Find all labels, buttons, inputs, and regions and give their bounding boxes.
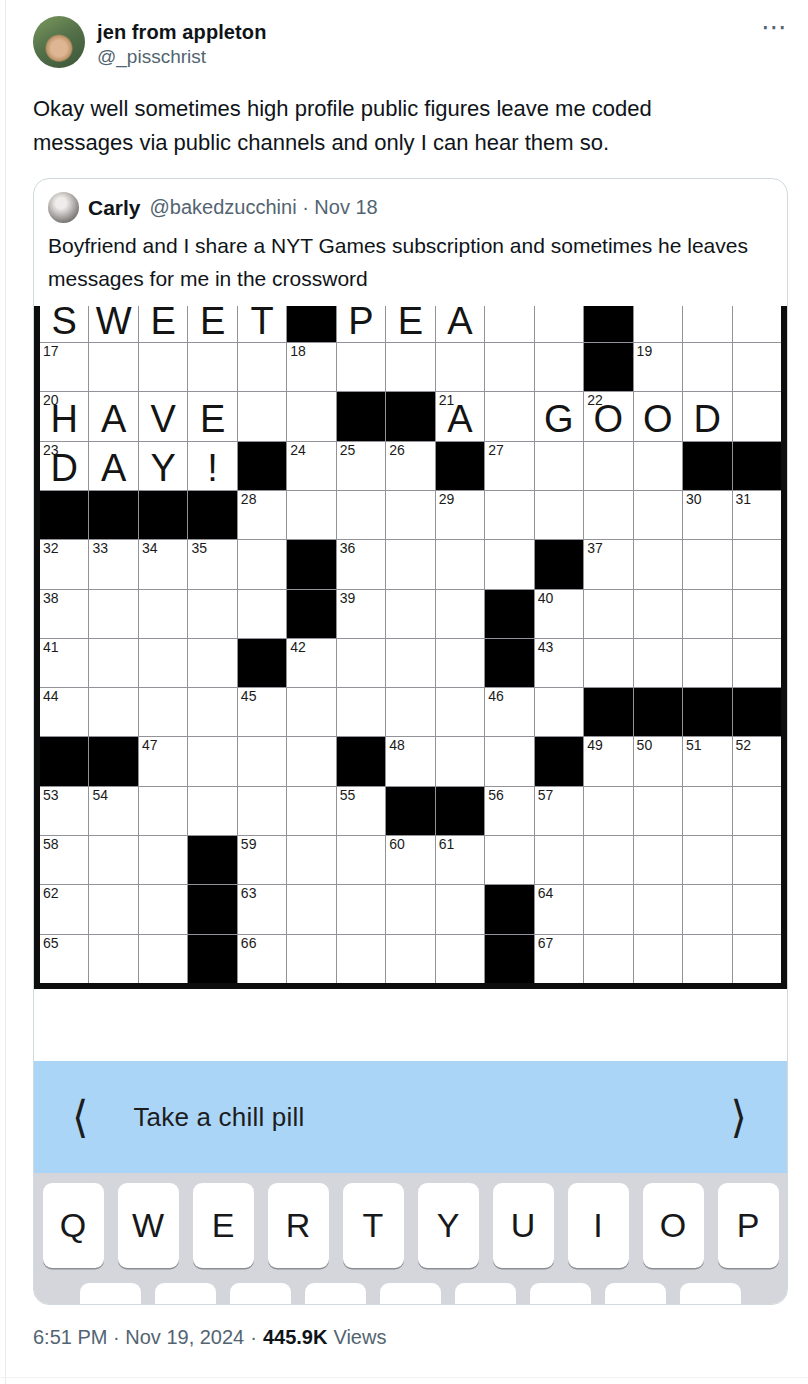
grid-cell[interactable] bbox=[436, 540, 484, 588]
grid-cell[interactable] bbox=[485, 392, 533, 440]
grid-cell[interactable] bbox=[584, 885, 632, 933]
grid-cell[interactable] bbox=[485, 491, 533, 539]
grid-cell[interactable] bbox=[238, 737, 286, 785]
grid-cell[interactable] bbox=[535, 836, 583, 884]
black-cell bbox=[634, 688, 682, 736]
key-partial[interactable] bbox=[605, 1283, 666, 1305]
grid-cell[interactable]: 50 bbox=[634, 737, 682, 785]
grid-cell[interactable] bbox=[139, 688, 187, 736]
key-I[interactable]: I bbox=[568, 1183, 629, 1268]
black-cell bbox=[89, 737, 137, 785]
grid-cell[interactable]: W bbox=[89, 306, 137, 342]
grid-cell[interactable] bbox=[485, 836, 533, 884]
grid-cell[interactable] bbox=[683, 836, 731, 884]
entered-letter: V bbox=[139, 400, 187, 438]
tweet-text-line: messages via public channels and only I … bbox=[33, 126, 783, 160]
entered-letter: H bbox=[40, 400, 88, 438]
grid-cell[interactable] bbox=[139, 935, 187, 983]
grid-cell[interactable] bbox=[139, 590, 187, 638]
grid-cell[interactable] bbox=[584, 639, 632, 687]
keyboard: QWERTYUIOP bbox=[34, 1173, 787, 1305]
grid-cell[interactable] bbox=[683, 885, 731, 933]
grid-cell[interactable]: V bbox=[139, 392, 187, 440]
clue-number: 30 bbox=[686, 492, 702, 507]
clue-number: 34 bbox=[142, 541, 158, 556]
clue-number: 43 bbox=[538, 640, 554, 655]
grid-cell[interactable] bbox=[386, 885, 434, 933]
black-cell bbox=[337, 737, 385, 785]
entered-letter: D bbox=[40, 449, 88, 487]
grid-cell[interactable] bbox=[634, 836, 682, 884]
black-cell bbox=[485, 885, 533, 933]
black-cell bbox=[485, 935, 533, 983]
grid-cell[interactable] bbox=[89, 688, 137, 736]
grid-cell[interactable] bbox=[287, 491, 335, 539]
grid-cell[interactable] bbox=[238, 392, 286, 440]
grid-cell[interactable] bbox=[634, 787, 682, 835]
clue-number: 17 bbox=[43, 344, 59, 359]
more-icon[interactable]: ⋯ bbox=[761, 14, 788, 40]
black-cell bbox=[485, 590, 533, 638]
grid-cell[interactable]: E bbox=[188, 306, 236, 342]
grid-cell[interactable] bbox=[584, 787, 632, 835]
grid-cell[interactable]: 22O bbox=[584, 392, 632, 440]
grid-cell[interactable] bbox=[238, 787, 286, 835]
grid-cell[interactable]: 26 bbox=[386, 442, 434, 490]
key-partial[interactable] bbox=[380, 1283, 441, 1305]
grid-cell[interactable] bbox=[436, 590, 484, 638]
grid-cell[interactable] bbox=[485, 306, 533, 342]
clue-number: 66 bbox=[241, 936, 257, 951]
grid-cell[interactable] bbox=[733, 306, 781, 342]
grid-cell[interactable] bbox=[386, 343, 434, 391]
grid-cell[interactable]: E bbox=[139, 306, 187, 342]
entered-letter: P bbox=[337, 306, 385, 340]
black-cell bbox=[733, 688, 781, 736]
grid-cell[interactable]: 44 bbox=[40, 688, 88, 736]
grid-cell[interactable] bbox=[535, 491, 583, 539]
grid-cell[interactable] bbox=[436, 935, 484, 983]
grid-cell[interactable] bbox=[188, 343, 236, 391]
grid-cell[interactable] bbox=[89, 639, 137, 687]
clue-number: 50 bbox=[637, 738, 653, 753]
author-handle[interactable]: @_pisschrist bbox=[97, 46, 206, 68]
key-T[interactable]: T bbox=[343, 1183, 404, 1268]
black-cell bbox=[40, 491, 88, 539]
grid-cell[interactable]: 41 bbox=[40, 639, 88, 687]
clue-number: 40 bbox=[538, 591, 554, 606]
clue-number: 25 bbox=[340, 443, 356, 458]
entered-letter: O bbox=[634, 400, 682, 438]
black-cell bbox=[584, 343, 632, 391]
prev-clue-icon[interactable]: ⟨ bbox=[72, 1095, 88, 1139]
views-label: Views bbox=[333, 1326, 386, 1348]
clue-number: 52 bbox=[736, 738, 752, 753]
grid-cell[interactable]: 17 bbox=[40, 343, 88, 391]
grid-cell[interactable] bbox=[139, 885, 187, 933]
key-P[interactable]: P bbox=[718, 1183, 779, 1268]
grid-cell[interactable] bbox=[436, 688, 484, 736]
clue-number: 18 bbox=[290, 344, 306, 359]
grid-cell[interactable]: 47 bbox=[139, 737, 187, 785]
black-cell bbox=[89, 491, 137, 539]
next-clue-icon[interactable]: ⟩ bbox=[731, 1095, 747, 1139]
grid-cell[interactable] bbox=[436, 639, 484, 687]
grid-cell[interactable] bbox=[634, 442, 682, 490]
grid-cell[interactable] bbox=[337, 343, 385, 391]
grid-cell[interactable] bbox=[683, 787, 731, 835]
grid-cell[interactable]: 57 bbox=[535, 787, 583, 835]
grid-cell[interactable] bbox=[89, 343, 137, 391]
clue-number: 27 bbox=[488, 443, 504, 458]
key-Q[interactable]: Q bbox=[43, 1183, 104, 1268]
clue-number: 62 bbox=[43, 886, 59, 901]
grid-cell[interactable]: 37 bbox=[584, 540, 632, 588]
entered-letter: E bbox=[386, 306, 434, 340]
quote-header: Carly @bakedzucchini · Nov 18 bbox=[34, 179, 787, 223]
clue-number: 51 bbox=[686, 738, 702, 753]
grid-cell[interactable] bbox=[535, 343, 583, 391]
key-W[interactable]: W bbox=[118, 1183, 179, 1268]
grid-cell[interactable] bbox=[337, 491, 385, 539]
clue-number: 42 bbox=[290, 640, 306, 655]
grid-cell[interactable]: A bbox=[89, 392, 137, 440]
entered-letter: A bbox=[89, 449, 137, 487]
grid-cell[interactable] bbox=[386, 540, 434, 588]
grid-cell[interactable] bbox=[733, 935, 781, 983]
grid-cell[interactable] bbox=[634, 491, 682, 539]
grid-cell[interactable] bbox=[485, 540, 533, 588]
grid-cell[interactable]: 33 bbox=[89, 540, 137, 588]
key-Y[interactable]: Y bbox=[418, 1183, 479, 1268]
grid-cell[interactable]: 61 bbox=[436, 836, 484, 884]
key-O[interactable]: O bbox=[643, 1183, 704, 1268]
entered-letter: E bbox=[139, 306, 187, 340]
grid-cell[interactable]: 43 bbox=[535, 639, 583, 687]
grid-cell[interactable]: 55 bbox=[337, 787, 385, 835]
clue-number: 61 bbox=[439, 837, 455, 852]
key-R[interactable]: R bbox=[268, 1183, 329, 1268]
grid-cell[interactable] bbox=[287, 836, 335, 884]
grid-cell[interactable] bbox=[287, 885, 335, 933]
clue-number: 33 bbox=[92, 541, 108, 556]
grid-cell[interactable] bbox=[287, 688, 335, 736]
grid-cell[interactable] bbox=[238, 540, 286, 588]
timestamp: 6:51 PM · Nov 19, 2024 bbox=[33, 1326, 244, 1348]
grid-cell[interactable]: 24 bbox=[287, 442, 335, 490]
grid-cell[interactable] bbox=[634, 306, 682, 342]
grid-cell[interactable]: O bbox=[634, 392, 682, 440]
grid-cell[interactable] bbox=[683, 590, 731, 638]
author-avatar[interactable] bbox=[33, 16, 85, 68]
clue-number: 53 bbox=[43, 788, 59, 803]
grid-cell[interactable]: 28 bbox=[238, 491, 286, 539]
grid-cell[interactable] bbox=[683, 540, 731, 588]
grid-cell[interactable] bbox=[139, 836, 187, 884]
clue-bar[interactable]: ⟨ Take a chill pill ⟩ bbox=[34, 1061, 787, 1173]
grid-cell[interactable] bbox=[238, 590, 286, 638]
grid-cell[interactable] bbox=[337, 639, 385, 687]
grid-cell[interactable] bbox=[584, 442, 632, 490]
grid-cell[interactable] bbox=[733, 639, 781, 687]
entered-letter: A bbox=[436, 306, 484, 340]
grid-cell[interactable] bbox=[188, 590, 236, 638]
author-name[interactable]: jen from appleton bbox=[97, 21, 266, 44]
dot-separator: · bbox=[250, 1326, 257, 1348]
grid-cell[interactable] bbox=[287, 935, 335, 983]
grid-cell[interactable] bbox=[733, 540, 781, 588]
grid-cell[interactable]: 42 bbox=[287, 639, 335, 687]
grid-cell[interactable] bbox=[634, 590, 682, 638]
black-cell bbox=[683, 688, 731, 736]
entered-letter: T bbox=[238, 306, 286, 340]
clue-number: 60 bbox=[389, 837, 405, 852]
grid-cell[interactable]: 32 bbox=[40, 540, 88, 588]
grid-cell[interactable]: 52 bbox=[733, 737, 781, 785]
grid-cell[interactable]: 20H bbox=[40, 392, 88, 440]
black-cell bbox=[485, 639, 533, 687]
grid-cell[interactable]: A bbox=[436, 306, 484, 342]
clue-number: 37 bbox=[587, 541, 603, 556]
key-partial[interactable] bbox=[230, 1283, 291, 1305]
black-cell bbox=[337, 392, 385, 440]
entered-letter: E bbox=[188, 306, 236, 340]
grid-cell[interactable] bbox=[139, 787, 187, 835]
grid-cell[interactable]: 23D bbox=[40, 442, 88, 490]
grid-cell[interactable] bbox=[89, 836, 137, 884]
grid-cell[interactable] bbox=[535, 688, 583, 736]
grid-cell[interactable]: 60 bbox=[386, 836, 434, 884]
grid-cell[interactable] bbox=[337, 885, 385, 933]
grid-cell[interactable]: 65 bbox=[40, 935, 88, 983]
grid-cell[interactable]: 18 bbox=[287, 343, 335, 391]
quote-text-line: Boyfriend and I share a NYT Games subscr… bbox=[48, 229, 771, 262]
clue-number: 47 bbox=[142, 738, 158, 753]
grid-cell[interactable]: 19 bbox=[634, 343, 682, 391]
grid-cell[interactable]: 51 bbox=[683, 737, 731, 785]
grid-clue-gap bbox=[34, 989, 787, 1061]
views-count: 445.9K bbox=[263, 1326, 328, 1348]
grid-cell[interactable]: 21A bbox=[436, 392, 484, 440]
clue-number: 56 bbox=[488, 788, 504, 803]
entered-letter: A bbox=[436, 400, 484, 438]
grid-cell[interactable] bbox=[683, 639, 731, 687]
crossword-grid: SWEETPEA17181920HAVE21AG22OOD23DAY!24252… bbox=[34, 306, 787, 989]
grid-cell[interactable] bbox=[89, 885, 137, 933]
black-cell bbox=[436, 787, 484, 835]
grid-cell[interactable]: 56 bbox=[485, 787, 533, 835]
timeline-left-border bbox=[5, 0, 6, 1384]
clue-number: 49 bbox=[587, 738, 603, 753]
quoted-tweet-card[interactable]: Carly @bakedzucchini · Nov 18 Boyfriend … bbox=[33, 178, 788, 1305]
clue-number: 41 bbox=[43, 640, 59, 655]
bottom-divider bbox=[0, 1377, 808, 1378]
grid-cell[interactable]: 62 bbox=[40, 885, 88, 933]
grid-cell[interactable] bbox=[188, 787, 236, 835]
grid-cell[interactable] bbox=[188, 688, 236, 736]
grid-cell[interactable]: 34 bbox=[139, 540, 187, 588]
grid-cell[interactable]: E bbox=[188, 392, 236, 440]
grid-cell[interactable]: 63 bbox=[238, 885, 286, 933]
grid-cell[interactable]: Y bbox=[139, 442, 187, 490]
grid-cell[interactable] bbox=[436, 737, 484, 785]
grid-cell[interactable]: 35 bbox=[188, 540, 236, 588]
grid-cell[interactable] bbox=[287, 392, 335, 440]
grid-cell[interactable] bbox=[238, 343, 286, 391]
grid-cell[interactable]: 38 bbox=[40, 590, 88, 638]
grid-cell[interactable]: 67 bbox=[535, 935, 583, 983]
grid-cell[interactable]: P bbox=[337, 306, 385, 342]
clue-number: 44 bbox=[43, 689, 59, 704]
grid-cell[interactable] bbox=[386, 491, 434, 539]
entered-letter: E bbox=[188, 400, 236, 438]
grid-cell[interactable] bbox=[634, 639, 682, 687]
grid-cell[interactable] bbox=[535, 442, 583, 490]
clue-number: 48 bbox=[389, 738, 405, 753]
key-partial[interactable] bbox=[155, 1283, 216, 1305]
grid-cell[interactable] bbox=[584, 935, 632, 983]
grid-cell[interactable] bbox=[386, 590, 434, 638]
grid-cell[interactable]: 58 bbox=[40, 836, 88, 884]
grid-cell[interactable] bbox=[89, 590, 137, 638]
grid-cell[interactable]: D bbox=[683, 392, 731, 440]
grid-cell[interactable] bbox=[634, 935, 682, 983]
grid-cell[interactable]: A bbox=[89, 442, 137, 490]
grid-cell[interactable]: 40 bbox=[535, 590, 583, 638]
entered-letter: A bbox=[89, 400, 137, 438]
grid-cell[interactable] bbox=[485, 343, 533, 391]
key-partial[interactable] bbox=[305, 1283, 366, 1305]
key-partial[interactable] bbox=[530, 1283, 591, 1305]
grid-cell[interactable] bbox=[188, 737, 236, 785]
grid-cell[interactable] bbox=[337, 688, 385, 736]
key-partial[interactable] bbox=[680, 1283, 741, 1305]
grid-cell[interactable]: S bbox=[40, 306, 88, 342]
grid-cell[interactable] bbox=[584, 836, 632, 884]
grid-cell[interactable] bbox=[287, 787, 335, 835]
grid-cell[interactable]: 39 bbox=[337, 590, 385, 638]
grid-cell[interactable] bbox=[386, 639, 434, 687]
clue-number: 39 bbox=[340, 591, 356, 606]
clue-number: 58 bbox=[43, 837, 59, 852]
grid-cell[interactable] bbox=[733, 836, 781, 884]
black-cell bbox=[436, 442, 484, 490]
grid-cell[interactable] bbox=[584, 491, 632, 539]
grid-cell[interactable]: T bbox=[238, 306, 286, 342]
clue-number: 26 bbox=[389, 443, 405, 458]
grid-cell[interactable] bbox=[634, 885, 682, 933]
grid-cell[interactable]: 36 bbox=[337, 540, 385, 588]
grid-cell[interactable]: 49 bbox=[584, 737, 632, 785]
grid-cell[interactable] bbox=[733, 343, 781, 391]
grid-cell[interactable]: 29 bbox=[436, 491, 484, 539]
entered-letter: O bbox=[584, 400, 632, 438]
quote-author-avatar[interactable] bbox=[48, 192, 79, 223]
clue-number: 35 bbox=[191, 541, 207, 556]
grid-cell[interactable] bbox=[386, 688, 434, 736]
black-cell bbox=[386, 787, 434, 835]
keyboard-row-1: QWERTYUIOP bbox=[34, 1183, 787, 1268]
grid-cell[interactable] bbox=[337, 836, 385, 884]
grid-cell[interactable] bbox=[733, 392, 781, 440]
grid-cell[interactable] bbox=[683, 343, 731, 391]
black-cell bbox=[386, 392, 434, 440]
grid-cell[interactable] bbox=[89, 935, 137, 983]
grid-cell[interactable] bbox=[733, 787, 781, 835]
grid-cell[interactable]: 53 bbox=[40, 787, 88, 835]
clue-number: 32 bbox=[43, 541, 59, 556]
key-partial[interactable] bbox=[80, 1283, 141, 1305]
grid-cell[interactable] bbox=[733, 885, 781, 933]
black-cell bbox=[188, 491, 236, 539]
grid-cell[interactable] bbox=[188, 639, 236, 687]
black-cell bbox=[238, 442, 286, 490]
entered-letter: Y bbox=[139, 449, 187, 487]
grid-cell[interactable] bbox=[139, 343, 187, 391]
black-cell bbox=[535, 737, 583, 785]
grid-cell[interactable]: 30 bbox=[683, 491, 731, 539]
grid-cell[interactable] bbox=[139, 639, 187, 687]
grid-cell[interactable] bbox=[634, 540, 682, 588]
grid-cell[interactable]: 45 bbox=[238, 688, 286, 736]
grid-cell[interactable] bbox=[584, 590, 632, 638]
entered-letter: S bbox=[40, 306, 88, 340]
entered-letter: ! bbox=[188, 449, 236, 487]
grid-cell[interactable]: 46 bbox=[485, 688, 533, 736]
clue-number: 36 bbox=[340, 541, 356, 556]
clue-number: 28 bbox=[241, 492, 257, 507]
key-partial[interactable] bbox=[455, 1283, 516, 1305]
grid-cell[interactable]: G bbox=[535, 392, 583, 440]
grid-cell[interactable] bbox=[436, 343, 484, 391]
grid-cell[interactable] bbox=[683, 935, 731, 983]
black-cell bbox=[535, 540, 583, 588]
key-U[interactable]: U bbox=[493, 1183, 554, 1268]
grid-cell[interactable] bbox=[287, 737, 335, 785]
entered-letter: D bbox=[683, 400, 731, 438]
grid-cell[interactable]: 27 bbox=[485, 442, 533, 490]
grid-cell[interactable]: 66 bbox=[238, 935, 286, 983]
grid-cell[interactable] bbox=[535, 306, 583, 342]
grid-cell[interactable]: 48 bbox=[386, 737, 434, 785]
grid-cell[interactable]: E bbox=[386, 306, 434, 342]
black-cell bbox=[733, 442, 781, 490]
grid-cell[interactable]: 59 bbox=[238, 836, 286, 884]
grid-cell[interactable] bbox=[337, 935, 385, 983]
key-E[interactable]: E bbox=[193, 1183, 254, 1268]
quote-text: Boyfriend and I share a NYT Games subscr… bbox=[48, 229, 771, 295]
quote-author-name[interactable]: Carly bbox=[88, 196, 141, 220]
grid-cell[interactable]: 64 bbox=[535, 885, 583, 933]
grid-cell[interactable]: ! bbox=[188, 442, 236, 490]
black-cell bbox=[139, 491, 187, 539]
clue-number: 64 bbox=[538, 886, 554, 901]
black-cell bbox=[287, 540, 335, 588]
grid-cell[interactable]: 54 bbox=[89, 787, 137, 835]
black-cell bbox=[238, 639, 286, 687]
tweet-footer: 6:51 PM · Nov 19, 2024·445.9KViews bbox=[33, 1326, 386, 1349]
grid-cell[interactable] bbox=[386, 935, 434, 983]
black-cell bbox=[188, 935, 236, 983]
grid-cell[interactable] bbox=[436, 885, 484, 933]
grid-cell[interactable] bbox=[485, 737, 533, 785]
grid-cell[interactable] bbox=[733, 590, 781, 638]
grid-cell[interactable]: 25 bbox=[337, 442, 385, 490]
grid-cell[interactable] bbox=[683, 306, 731, 342]
clue-number: 59 bbox=[241, 837, 257, 852]
keyboard-row-2 bbox=[34, 1283, 787, 1305]
grid-cell[interactable]: 31 bbox=[733, 491, 781, 539]
